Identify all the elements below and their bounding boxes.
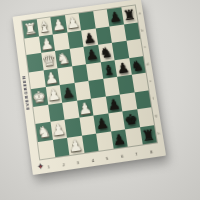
compass-logo-icon: ✦ ✦ bbox=[34, 161, 47, 174]
file-label-d: d bbox=[146, 60, 150, 68]
rank-label-4: 4 bbox=[89, 158, 97, 164]
rank-label-3: 3 bbox=[74, 160, 82, 166]
file-label-f: f bbox=[151, 94, 155, 102]
file-label-a: a bbox=[137, 9, 141, 17]
chess-mat: ♜♝♟♟♟♜♟♟♛♞♟♞♟♝♟♞♚♟♟♟♟♞♟♟♚♟♟♜ 12345678 ab… bbox=[13, 0, 167, 175]
file-label-g: g bbox=[154, 111, 158, 119]
rank-label-2: 2 bbox=[59, 162, 67, 168]
compass-star-accent: ✦ bbox=[34, 161, 47, 174]
chess-board: ♜♝♟♟♟♜♟♟♛♞♟♞♟♝♟♞♚♟♟♟♟♞♟♟♚♟♟♜ bbox=[22, 5, 157, 159]
file-label-b: b bbox=[140, 26, 144, 34]
board-photo: ♜♝♟♟♟♜♟♟♛♞♟♞♟♝♟♞♚♟♟♟♟♞♟♟♚♟♟♜ 12345678 ab… bbox=[0, 0, 200, 200]
file-label-h: h bbox=[157, 129, 161, 137]
rank-label-7: 7 bbox=[132, 151, 140, 157]
rank-label-8: 8 bbox=[147, 149, 155, 155]
rank-label-6: 6 bbox=[118, 153, 126, 159]
rank-label-5: 5 bbox=[103, 156, 111, 162]
file-label-e: e bbox=[148, 77, 152, 85]
file-label-c: c bbox=[143, 43, 147, 51]
